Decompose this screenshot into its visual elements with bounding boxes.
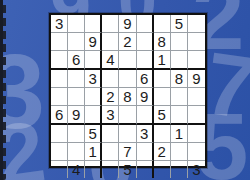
cell-r7c1[interactable] — [51, 125, 68, 143]
cell-r9c9[interactable]: 3 — [188, 161, 205, 178]
cell-r2c7[interactable]: 8 — [154, 33, 171, 51]
cell-r3c9[interactable] — [188, 51, 205, 70]
cell-r2c9[interactable] — [188, 33, 205, 51]
cell-r5c9[interactable] — [188, 88, 205, 106]
cell-r9c5[interactable]: 5 — [119, 161, 136, 178]
cell-r9c6[interactable] — [137, 161, 154, 178]
cell-r1c7[interactable] — [154, 15, 171, 33]
cell-r2c4[interactable] — [102, 33, 119, 51]
background-digit: 7 — [200, 39, 250, 133]
cell-r1c9[interactable] — [188, 15, 205, 33]
cell-r6c1[interactable]: 6 — [51, 106, 68, 125]
cell-r7c3[interactable]: 5 — [85, 125, 102, 143]
cell-r4c4[interactable] — [102, 70, 119, 88]
cell-r7c8[interactable]: 1 — [171, 125, 188, 143]
cell-r4c7[interactable] — [154, 70, 171, 88]
cell-r7c4[interactable] — [102, 125, 119, 143]
cell-r6c6[interactable] — [137, 106, 154, 125]
cell-r5c4[interactable]: 2 — [102, 88, 119, 106]
cell-r1c2[interactable] — [68, 15, 85, 33]
cell-r5c5[interactable]: 8 — [119, 88, 136, 106]
cell-r2c6[interactable] — [137, 33, 154, 51]
cell-r4c3[interactable]: 3 — [85, 70, 102, 88]
cell-r4c6[interactable]: 6 — [137, 70, 154, 88]
cell-r2c1[interactable] — [51, 33, 68, 51]
cell-r8c1[interactable] — [51, 143, 68, 161]
cell-r6c4[interactable]: 3 — [102, 106, 119, 125]
cell-r4c9[interactable]: 9 — [188, 70, 205, 88]
cell-r6c7[interactable]: 5 — [154, 106, 171, 125]
cell-r5c3[interactable] — [85, 88, 102, 106]
cell-r5c1[interactable] — [51, 88, 68, 106]
cell-r2c5[interactable]: 2 — [119, 33, 136, 51]
background-digit: 2 — [0, 107, 50, 180]
cell-r3c5[interactable] — [119, 51, 136, 70]
cell-r1c6[interactable] — [137, 15, 154, 33]
cell-r7c5[interactable] — [119, 125, 136, 143]
cell-r8c4[interactable] — [102, 143, 119, 161]
cell-r9c3[interactable] — [85, 161, 102, 178]
cell-r1c3[interactable] — [85, 15, 102, 33]
background-digit: 3 — [0, 38, 45, 144]
cell-r1c8[interactable]: 5 — [171, 15, 188, 33]
cell-r5c8[interactable] — [171, 88, 188, 106]
cell-r3c3[interactable] — [85, 51, 102, 70]
cell-r5c6[interactable]: 9 — [137, 88, 154, 106]
cell-r1c1[interactable]: 3 — [51, 15, 68, 33]
cell-r4c2[interactable] — [68, 70, 85, 88]
cell-r3c4[interactable]: 4 — [102, 51, 119, 70]
cell-r7c2[interactable] — [68, 125, 85, 143]
cell-r6c5[interactable] — [119, 106, 136, 125]
cell-r8c3[interactable]: 1 — [85, 143, 102, 161]
sudoku-board: 39592864136892896935531172453 — [49, 13, 207, 168]
cell-r9c7[interactable] — [154, 161, 171, 178]
cell-r1c5[interactable]: 9 — [119, 15, 136, 33]
cell-r1c4[interactable] — [102, 15, 119, 33]
cell-r8c9[interactable] — [188, 143, 205, 161]
cell-r8c7[interactable]: 2 — [154, 143, 171, 161]
cell-r4c1[interactable] — [51, 70, 68, 88]
cell-r6c9[interactable] — [188, 106, 205, 125]
cell-r7c9[interactable] — [188, 125, 205, 143]
cell-r8c2[interactable] — [68, 143, 85, 161]
cell-r3c7[interactable]: 1 — [154, 51, 171, 70]
cell-r2c8[interactable] — [171, 33, 188, 51]
cell-r5c2[interactable] — [68, 88, 85, 106]
cell-r4c5[interactable] — [119, 70, 136, 88]
cell-r3c8[interactable] — [171, 51, 188, 70]
cell-r6c2[interactable]: 9 — [68, 106, 85, 125]
cell-r7c6[interactable]: 3 — [137, 125, 154, 143]
cell-r5c7[interactable] — [154, 88, 171, 106]
cell-r3c1[interactable] — [51, 51, 68, 70]
spiral-binding-coils — [3, 0, 6, 180]
puzzle-page: 90275320 39592864136892896935531172453 — [0, 0, 250, 180]
cell-r9c8[interactable] — [171, 161, 188, 178]
cell-r9c2[interactable]: 4 — [68, 161, 85, 178]
cell-r9c4[interactable] — [102, 161, 119, 178]
cell-r8c5[interactable]: 7 — [119, 143, 136, 161]
cell-r3c2[interactable]: 6 — [68, 51, 85, 70]
cell-r6c8[interactable] — [171, 106, 188, 125]
cell-r4c8[interactable]: 8 — [171, 70, 188, 88]
cell-r3c6[interactable] — [137, 51, 154, 70]
cell-r2c3[interactable]: 9 — [85, 33, 102, 51]
cell-r9c1[interactable] — [51, 161, 68, 178]
cell-r8c8[interactable] — [171, 143, 188, 161]
cell-r2c2[interactable] — [68, 33, 85, 51]
cell-r6c3[interactable] — [85, 106, 102, 125]
cell-r8c6[interactable] — [137, 143, 154, 161]
cell-r7c7[interactable] — [154, 125, 171, 143]
